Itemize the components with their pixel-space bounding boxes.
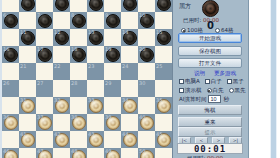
square-number: 36 [3,114,9,120]
square-number: 43 [88,131,94,137]
light-square [104,97,121,114]
square-number: 15 [156,29,162,35]
dark-square[interactable]: 44 [121,131,138,148]
dark-square[interactable]: 42 [53,131,70,148]
dark-square[interactable]: 32 [53,97,70,114]
light-square [138,63,155,80]
light-square [87,114,104,131]
light-square [2,131,19,148]
square-number: 20 [139,46,145,52]
light-square [87,12,104,29]
light-square [36,0,53,12]
light-square [36,63,53,80]
dark-square[interactable]: 38 [70,114,87,131]
light-square [121,46,138,63]
light-square [104,63,121,80]
dark-square[interactable]: 22 [53,63,70,80]
light-square [19,46,36,63]
light-square [70,0,87,12]
square-number: 33 [88,97,94,103]
dark-square[interactable]: 27 [36,80,53,97]
dark-square[interactable]: 21 [19,63,36,80]
square-number: 2 [54,0,57,1]
links-row: 说明 更多游戏 [194,70,236,77]
square-number: 1 [20,0,23,1]
dark-square[interactable]: 2 [53,0,70,12]
white-first-label: 白先 [213,87,224,94]
square-number: 37 [37,114,43,120]
dark-square[interactable]: 28 [70,80,87,97]
start-game-button[interactable]: 开始游戏 [178,33,242,43]
square-number: 41 [20,131,26,137]
square-number: 39 [105,114,111,120]
radio-icon[interactable] [207,88,212,93]
light-square [138,29,155,46]
player-options-row: 电脑A 白子 黑子 [179,78,249,85]
black-man[interactable] [89,0,103,11]
light-square [53,148,70,158]
dark-square[interactable]: 50 [138,148,155,158]
dark-square[interactable]: 34 [121,97,138,114]
dark-square[interactable]: 49 [104,148,121,158]
dark-square[interactable]: 39 [104,114,121,131]
dark-square[interactable]: 43 [87,131,104,148]
dark-square[interactable]: 29 [104,80,121,97]
open-file-button[interactable]: 打开文件 [178,58,242,68]
black-first-label: 黑先 [235,87,246,94]
dark-square[interactable]: 30 [138,80,155,97]
light-square [138,0,155,12]
ai-time-row: AI演算时间 秒 [179,95,229,103]
square-number: 5 [156,0,159,1]
ai-time-label: AI演算时间 [179,96,206,103]
dark-square[interactable]: 13 [87,29,104,46]
dark-square[interactable]: 47 [36,148,53,158]
demo-label: 演示棋 [185,87,202,94]
dark-square[interactable]: 36 [2,114,19,131]
radio-icon[interactable] [229,88,234,93]
black-man[interactable] [21,0,35,11]
checkbox-icon[interactable] [205,79,210,84]
square-number: 24 [122,63,128,69]
white-piece-option[interactable]: 白子 [205,78,222,85]
dark-square[interactable]: 23 [87,63,104,80]
dark-square[interactable]: 12 [53,29,70,46]
demo-option[interactable]: 演示棋 [179,87,202,94]
computer-a-label: 电脑A [185,78,200,85]
time-used-value: 00:00 [207,155,223,158]
dark-square[interactable]: 19 [104,46,121,63]
square-number: 4 [122,0,125,1]
dark-square[interactable]: 26 [2,80,19,97]
time-used-label: 已用时: [183,17,201,23]
square-number: 19 [105,46,111,52]
square-number: 32 [54,97,60,103]
square-number: 6 [3,12,6,18]
dark-square[interactable]: 33 [87,97,104,114]
light-square [155,148,172,158]
help-link[interactable]: 说明 [194,70,205,77]
black-man[interactable] [55,0,69,11]
checkbox-icon[interactable] [179,79,184,84]
dark-square[interactable]: 3 [87,0,104,12]
light-square [138,97,155,114]
light-square [104,29,121,46]
square-number: 3 [88,0,91,1]
light-square [70,63,87,80]
square-number: 11 [20,29,26,35]
turn-player-label: 黑方 [179,2,191,9]
black-man[interactable] [157,0,171,11]
light-square [87,46,104,63]
dark-square[interactable]: 40 [138,114,155,131]
dark-square[interactable]: 9 [104,12,121,29]
light-square [70,97,87,114]
game-clock: 00:01 [177,143,243,154]
square-number: 21 [20,63,26,69]
light-square [155,114,172,131]
light-square [53,12,70,29]
square-number: 23 [88,63,94,69]
square-number: 16 [3,46,9,52]
square-number: 30 [139,80,145,86]
square-number: 40 [139,114,145,120]
light-square [19,114,36,131]
square-number: 7 [37,12,40,18]
black-player-piece-icon [202,0,219,17]
square-number: 48 [71,148,77,154]
board[interactable]: 1234567891011121314151617181920212223242… [2,0,172,158]
light-square [53,46,70,63]
light-square [121,114,138,131]
window-right-edge [270,0,277,158]
light-square [36,97,53,114]
light-square [121,80,138,97]
light-square [87,80,104,97]
dark-square[interactable]: 48 [70,148,87,158]
light-square [104,131,121,148]
ai-time-unit: 秒 [223,96,229,103]
square-number: 25 [156,63,162,69]
square-number: 13 [88,29,94,35]
restart-button[interactable]: 重来 [178,117,242,127]
square-number: 28 [71,80,77,86]
dark-square[interactable]: 45 [155,131,172,148]
square-number: 9 [105,12,108,18]
white-time-used: 已用时: 00:00 [187,155,223,158]
light-square [2,63,19,80]
dark-square[interactable]: 35 [155,97,172,114]
checkbox-icon[interactable] [179,88,184,93]
square-number: 38 [71,114,77,120]
light-square [53,80,70,97]
ai-time-input[interactable] [208,95,221,103]
dark-square[interactable]: 25 [155,63,172,80]
dark-square[interactable]: 8 [70,12,87,29]
square-number: 8 [71,12,74,18]
black-man[interactable] [123,0,137,11]
light-square [36,29,53,46]
dark-square[interactable]: 6 [2,12,19,29]
dark-square[interactable]: 16 [2,46,19,63]
dark-square[interactable]: 37 [36,114,53,131]
hint-button[interactable]: 提示 [178,127,242,137]
light-square [121,148,138,158]
dark-square[interactable]: 41 [19,131,36,148]
square-number: 29 [105,80,111,86]
light-square [19,12,36,29]
checkbox-icon[interactable] [227,79,232,84]
more-games-link[interactable]: 更多游戏 [214,70,236,77]
light-square [138,131,155,148]
undo-move-button[interactable]: 悔棋 [178,105,242,115]
light-square [70,29,87,46]
square-number: 17 [37,46,43,52]
white-piece-label: 白子 [211,78,222,85]
light-square [155,80,172,97]
square-number: 10 [139,12,145,18]
black-piece-label: 黑子 [233,78,244,85]
dark-square[interactable]: 17 [36,46,53,63]
light-square [36,131,53,148]
light-square [87,148,104,158]
time-used-label: 已用时: [187,155,205,158]
dark-square[interactable]: 15 [155,29,172,46]
square-number: 46 [3,148,9,154]
move-order-options-row: 演示棋 白先 黑先 [179,87,249,94]
light-square [53,114,70,131]
square-number: 45 [156,131,162,137]
black-first-option[interactable]: 黑先 [229,87,246,94]
light-square [121,12,138,29]
square-number: 44 [122,131,128,137]
square-number: 26 [3,80,9,86]
square-number: 42 [54,131,60,137]
draughts-app-window: 1234567891011121314151617181920212223242… [0,0,280,158]
square-number: 31 [20,97,26,103]
dark-square[interactable]: 7 [36,12,53,29]
light-square [155,12,172,29]
square-number: 35 [156,97,162,103]
square-number: 22 [54,63,60,69]
light-square [2,29,19,46]
white-first-option[interactable]: 白先 [207,87,224,94]
square-number: 47 [37,148,43,154]
computer-a-option[interactable]: 电脑A [179,78,200,85]
square-number: 34 [122,97,128,103]
dark-square[interactable]: 10 [138,12,155,29]
dark-square[interactable]: 24 [121,63,138,80]
square-number: 50 [139,148,145,154]
light-square [19,80,36,97]
square-number: 49 [105,148,111,154]
dark-square[interactable]: 14 [121,29,138,46]
square-number: 27 [37,80,43,86]
dark-square[interactable]: 4 [121,0,138,12]
light-square [155,46,172,63]
light-square [2,97,19,114]
control-panel: 黑方 已用时: 00:00 0 100格 64格 开始游戏 保存棋图 打开文件 … [172,0,249,158]
dark-square[interactable]: 11 [19,29,36,46]
square-number: 18 [71,46,77,52]
light-square [2,0,19,12]
dark-square[interactable]: 31 [19,97,36,114]
dark-square[interactable]: 1 [19,0,36,12]
save-board-button[interactable]: 保存棋图 [178,46,242,56]
square-number: 12 [54,29,60,35]
light-square [104,0,121,12]
dark-square[interactable]: 20 [138,46,155,63]
square-number: 14 [122,29,128,35]
dark-square[interactable]: 18 [70,46,87,63]
light-square [19,148,36,158]
dark-square[interactable]: 46 [2,148,19,158]
dark-square[interactable]: 5 [155,0,172,12]
light-square [70,131,87,148]
black-piece-option[interactable]: 黑子 [227,78,244,85]
